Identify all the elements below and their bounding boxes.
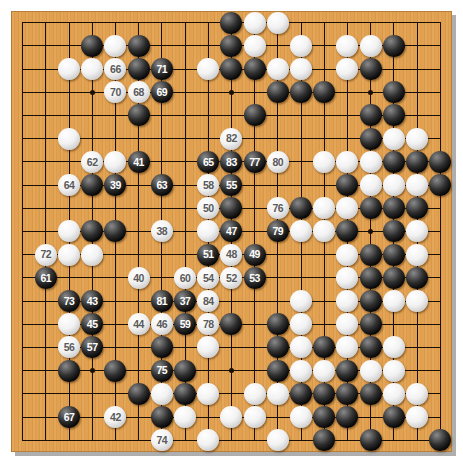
- board-intersection[interactable]: [266, 243, 289, 266]
- board-intersection[interactable]: 60: [173, 266, 196, 289]
- board-intersection[interactable]: [429, 243, 452, 266]
- board-intersection[interactable]: [104, 127, 127, 150]
- board-intersection[interactable]: [150, 150, 173, 173]
- board-intersection[interactable]: 38: [150, 220, 173, 243]
- board-intersection[interactable]: 42: [104, 405, 127, 428]
- board-intersection[interactable]: [405, 382, 428, 405]
- board-intersection[interactable]: [243, 104, 266, 127]
- board-intersection[interactable]: [405, 405, 428, 428]
- board-intersection[interactable]: 65: [197, 150, 220, 173]
- board-intersection[interactable]: 81: [150, 289, 173, 312]
- board-intersection[interactable]: [197, 57, 220, 80]
- board-intersection[interactable]: [429, 336, 452, 359]
- board-intersection[interactable]: 57: [81, 336, 104, 359]
- board-intersection[interactable]: [359, 81, 382, 104]
- board-intersection[interactable]: [173, 173, 196, 196]
- board-intersection[interactable]: 73: [57, 289, 80, 312]
- board-intersection[interactable]: [359, 220, 382, 243]
- board-intersection[interactable]: [173, 382, 196, 405]
- board-intersection[interactable]: [197, 81, 220, 104]
- board-intersection[interactable]: [313, 34, 336, 57]
- board-intersection[interactable]: [104, 104, 127, 127]
- board-intersection[interactable]: [57, 11, 80, 34]
- board-intersection[interactable]: [243, 382, 266, 405]
- board-intersection[interactable]: [34, 405, 57, 428]
- board-intersection[interactable]: [57, 150, 80, 173]
- board-intersection[interactable]: [11, 243, 34, 266]
- board-intersection[interactable]: [359, 104, 382, 127]
- board-intersection[interactable]: [313, 197, 336, 220]
- board-intersection[interactable]: [150, 11, 173, 34]
- board-intersection[interactable]: [405, 81, 428, 104]
- board-intersection[interactable]: [34, 57, 57, 80]
- board-intersection[interactable]: 37: [173, 289, 196, 312]
- board-intersection[interactable]: [266, 405, 289, 428]
- board-intersection[interactable]: [382, 289, 405, 312]
- board-intersection[interactable]: 59: [173, 313, 196, 336]
- board-intersection[interactable]: [173, 127, 196, 150]
- board-intersection[interactable]: 75: [150, 359, 173, 382]
- board-intersection[interactable]: [11, 405, 34, 428]
- board-intersection[interactable]: [336, 429, 359, 452]
- board-intersection[interactable]: [34, 127, 57, 150]
- board-intersection[interactable]: [266, 57, 289, 80]
- board-intersection[interactable]: 39: [104, 173, 127, 196]
- board-intersection[interactable]: 51: [197, 243, 220, 266]
- board-intersection[interactable]: 58: [197, 173, 220, 196]
- board-intersection[interactable]: [127, 243, 150, 266]
- board-intersection[interactable]: [243, 429, 266, 452]
- board-intersection[interactable]: [382, 197, 405, 220]
- board-intersection[interactable]: [127, 197, 150, 220]
- board-intersection[interactable]: [11, 197, 34, 220]
- board-intersection[interactable]: [289, 173, 312, 196]
- board-intersection[interactable]: [405, 429, 428, 452]
- board-intersection[interactable]: [34, 220, 57, 243]
- board-intersection[interactable]: [81, 405, 104, 428]
- board-intersection[interactable]: [57, 429, 80, 452]
- board-intersection[interactable]: [197, 104, 220, 127]
- board-intersection[interactable]: [313, 57, 336, 80]
- board-intersection[interactable]: [429, 220, 452, 243]
- board-intersection[interactable]: [34, 313, 57, 336]
- board-intersection[interactable]: [11, 220, 34, 243]
- board-intersection[interactable]: [313, 81, 336, 104]
- board-intersection[interactable]: 43: [81, 289, 104, 312]
- board-intersection[interactable]: [197, 220, 220, 243]
- board-intersection[interactable]: [289, 34, 312, 57]
- board-intersection[interactable]: 77: [243, 150, 266, 173]
- board-intersection[interactable]: 52: [220, 266, 243, 289]
- board-intersection[interactable]: [220, 289, 243, 312]
- board-intersection[interactable]: [359, 173, 382, 196]
- board-intersection[interactable]: [429, 289, 452, 312]
- board-intersection[interactable]: [359, 150, 382, 173]
- board-intersection[interactable]: [266, 127, 289, 150]
- board-intersection[interactable]: [313, 405, 336, 428]
- board-intersection[interactable]: [57, 359, 80, 382]
- board-intersection[interactable]: [11, 104, 34, 127]
- board-intersection[interactable]: [34, 197, 57, 220]
- board-intersection[interactable]: [405, 34, 428, 57]
- board-intersection[interactable]: [266, 313, 289, 336]
- board-intersection[interactable]: [266, 289, 289, 312]
- board-intersection[interactable]: [313, 220, 336, 243]
- board-intersection[interactable]: [313, 382, 336, 405]
- board-intersection[interactable]: [266, 382, 289, 405]
- board-intersection[interactable]: [127, 289, 150, 312]
- board-intersection[interactable]: [243, 81, 266, 104]
- board-intersection[interactable]: [173, 34, 196, 57]
- board-intersection[interactable]: [382, 266, 405, 289]
- board-intersection[interactable]: [405, 266, 428, 289]
- board-intersection[interactable]: [359, 405, 382, 428]
- board-intersection[interactable]: [429, 313, 452, 336]
- board-intersection[interactable]: [243, 173, 266, 196]
- board-intersection[interactable]: [289, 289, 312, 312]
- board-intersection[interactable]: [313, 359, 336, 382]
- board-intersection[interactable]: [289, 104, 312, 127]
- board-intersection[interactable]: [81, 34, 104, 57]
- board-intersection[interactable]: [127, 336, 150, 359]
- board-intersection[interactable]: [289, 197, 312, 220]
- board-intersection[interactable]: [220, 382, 243, 405]
- board-intersection[interactable]: [34, 429, 57, 452]
- board-intersection[interactable]: [220, 359, 243, 382]
- board-intersection[interactable]: [173, 150, 196, 173]
- board-intersection[interactable]: [81, 243, 104, 266]
- board-intersection[interactable]: 62: [81, 150, 104, 173]
- board-intersection[interactable]: 68: [127, 81, 150, 104]
- board-intersection[interactable]: [57, 220, 80, 243]
- board-intersection[interactable]: [81, 57, 104, 80]
- board-intersection[interactable]: [336, 173, 359, 196]
- board-intersection[interactable]: 64: [57, 173, 80, 196]
- board-intersection[interactable]: [405, 173, 428, 196]
- board-intersection[interactable]: [243, 11, 266, 34]
- board-intersection[interactable]: [429, 266, 452, 289]
- board-intersection[interactable]: [173, 243, 196, 266]
- board-intersection[interactable]: [429, 34, 452, 57]
- board-intersection[interactable]: [34, 34, 57, 57]
- board-intersection[interactable]: [57, 313, 80, 336]
- board-intersection[interactable]: [243, 289, 266, 312]
- board-intersection[interactable]: [313, 313, 336, 336]
- board-intersection[interactable]: [220, 336, 243, 359]
- board-intersection[interactable]: 55: [220, 173, 243, 196]
- board-intersection[interactable]: [220, 405, 243, 428]
- board-intersection[interactable]: [173, 405, 196, 428]
- board-intersection[interactable]: [197, 336, 220, 359]
- board-intersection[interactable]: 80: [266, 150, 289, 173]
- board-intersection[interactable]: [81, 173, 104, 196]
- board-intersection[interactable]: [429, 359, 452, 382]
- board-intersection[interactable]: [289, 313, 312, 336]
- board-intersection[interactable]: [289, 150, 312, 173]
- board-intersection[interactable]: 50: [197, 197, 220, 220]
- board-intersection[interactable]: 71: [150, 57, 173, 80]
- board-intersection[interactable]: [266, 34, 289, 57]
- board-intersection[interactable]: [150, 197, 173, 220]
- board-intersection[interactable]: 82: [220, 127, 243, 150]
- board-intersection[interactable]: [243, 127, 266, 150]
- board-intersection[interactable]: [81, 197, 104, 220]
- board-intersection[interactable]: [11, 382, 34, 405]
- board-intersection[interactable]: [289, 81, 312, 104]
- board-intersection[interactable]: [336, 336, 359, 359]
- board-intersection[interactable]: [405, 359, 428, 382]
- board-intersection[interactable]: [336, 359, 359, 382]
- board-intersection[interactable]: 74: [150, 429, 173, 452]
- board-intersection[interactable]: [336, 197, 359, 220]
- board-intersection[interactable]: [313, 289, 336, 312]
- board-intersection[interactable]: [197, 11, 220, 34]
- board-intersection[interactable]: [405, 289, 428, 312]
- board-intersection[interactable]: [57, 266, 80, 289]
- board-intersection[interactable]: [336, 81, 359, 104]
- board-intersection[interactable]: [150, 266, 173, 289]
- board-intersection[interactable]: [127, 11, 150, 34]
- board-intersection[interactable]: [243, 313, 266, 336]
- board-intersection[interactable]: [243, 34, 266, 57]
- board-intersection[interactable]: [405, 313, 428, 336]
- board-intersection[interactable]: [173, 57, 196, 80]
- board-intersection[interactable]: [289, 127, 312, 150]
- board-intersection[interactable]: [11, 429, 34, 452]
- board-intersection[interactable]: [382, 57, 405, 80]
- board-intersection[interactable]: [382, 243, 405, 266]
- board-intersection[interactable]: [382, 81, 405, 104]
- board-intersection[interactable]: [429, 11, 452, 34]
- board-intersection[interactable]: [81, 266, 104, 289]
- board-intersection[interactable]: [382, 34, 405, 57]
- board-intersection[interactable]: [127, 127, 150, 150]
- board-intersection[interactable]: [11, 81, 34, 104]
- board-intersection[interactable]: [266, 11, 289, 34]
- board-intersection[interactable]: [220, 34, 243, 57]
- board-intersection[interactable]: 67: [57, 405, 80, 428]
- board-intersection[interactable]: [150, 336, 173, 359]
- board-intersection[interactable]: [34, 382, 57, 405]
- board-intersection[interactable]: [11, 173, 34, 196]
- board-intersection[interactable]: [81, 127, 104, 150]
- board-intersection[interactable]: [173, 104, 196, 127]
- board-intersection[interactable]: [11, 34, 34, 57]
- board-intersection[interactable]: [313, 173, 336, 196]
- board-intersection[interactable]: 76: [266, 197, 289, 220]
- board-intersection[interactable]: [266, 359, 289, 382]
- board-intersection[interactable]: [336, 34, 359, 57]
- board-intersection[interactable]: [104, 266, 127, 289]
- board-intersection[interactable]: [266, 266, 289, 289]
- board-intersection[interactable]: [57, 243, 80, 266]
- board-intersection[interactable]: [336, 382, 359, 405]
- board-intersection[interactable]: [150, 405, 173, 428]
- board-intersection[interactable]: [382, 429, 405, 452]
- board-intersection[interactable]: [382, 127, 405, 150]
- board-intersection[interactable]: [197, 405, 220, 428]
- board-intersection[interactable]: [81, 382, 104, 405]
- board-intersection[interactable]: [359, 57, 382, 80]
- board-intersection[interactable]: [150, 382, 173, 405]
- board-intersection[interactable]: [57, 197, 80, 220]
- board-intersection[interactable]: [359, 266, 382, 289]
- board-intersection[interactable]: [104, 382, 127, 405]
- board-intersection[interactable]: [220, 429, 243, 452]
- board-intersection[interactable]: [382, 382, 405, 405]
- board-intersection[interactable]: [34, 11, 57, 34]
- board-intersection[interactable]: [11, 313, 34, 336]
- board-intersection[interactable]: [127, 220, 150, 243]
- board-intersection[interactable]: [243, 359, 266, 382]
- board-intersection[interactable]: [336, 266, 359, 289]
- board-intersection[interactable]: [313, 104, 336, 127]
- board-intersection[interactable]: [34, 359, 57, 382]
- board-intersection[interactable]: [150, 34, 173, 57]
- board-intersection[interactable]: 54: [197, 266, 220, 289]
- board-intersection[interactable]: [104, 220, 127, 243]
- board-intersection[interactable]: [127, 382, 150, 405]
- board-intersection[interactable]: [127, 405, 150, 428]
- board-intersection[interactable]: [150, 243, 173, 266]
- board-intersection[interactable]: [266, 429, 289, 452]
- board-intersection[interactable]: [220, 104, 243, 127]
- board-intersection[interactable]: [313, 243, 336, 266]
- board-intersection[interactable]: [34, 173, 57, 196]
- board-intersection[interactable]: [289, 382, 312, 405]
- board-intersection[interactable]: [359, 313, 382, 336]
- board-intersection[interactable]: [81, 359, 104, 382]
- board-intersection[interactable]: [289, 359, 312, 382]
- board-intersection[interactable]: [243, 57, 266, 80]
- board-intersection[interactable]: [359, 336, 382, 359]
- board-intersection[interactable]: [173, 81, 196, 104]
- board-intersection[interactable]: [359, 127, 382, 150]
- board-intersection[interactable]: 70: [104, 81, 127, 104]
- board-intersection[interactable]: [429, 127, 452, 150]
- board-intersection[interactable]: [173, 336, 196, 359]
- board-intersection[interactable]: [313, 11, 336, 34]
- board-intersection[interactable]: 48: [220, 243, 243, 266]
- board-intersection[interactable]: [104, 313, 127, 336]
- board-intersection[interactable]: [57, 34, 80, 57]
- board-intersection[interactable]: [405, 243, 428, 266]
- board-intersection[interactable]: [336, 11, 359, 34]
- board-intersection[interactable]: [336, 57, 359, 80]
- board-intersection[interactable]: [405, 57, 428, 80]
- board-intersection[interactable]: [359, 243, 382, 266]
- board-intersection[interactable]: [359, 289, 382, 312]
- board-intersection[interactable]: [127, 429, 150, 452]
- board-intersection[interactable]: 63: [150, 173, 173, 196]
- board-intersection[interactable]: [104, 429, 127, 452]
- board-intersection[interactable]: [429, 150, 452, 173]
- board-intersection[interactable]: 66: [104, 57, 127, 80]
- board-intersection[interactable]: [11, 336, 34, 359]
- board-intersection[interactable]: [127, 104, 150, 127]
- board-intersection[interactable]: [197, 34, 220, 57]
- board-intersection[interactable]: [81, 11, 104, 34]
- board-intersection[interactable]: [313, 150, 336, 173]
- board-intersection[interactable]: 47: [220, 220, 243, 243]
- board-intersection[interactable]: 79: [266, 220, 289, 243]
- board-intersection[interactable]: [11, 11, 34, 34]
- board-intersection[interactable]: [405, 197, 428, 220]
- board-intersection[interactable]: [405, 220, 428, 243]
- board-intersection[interactable]: [127, 34, 150, 57]
- board-intersection[interactable]: [197, 429, 220, 452]
- board-intersection[interactable]: [266, 173, 289, 196]
- board-intersection[interactable]: [173, 197, 196, 220]
- board-intersection[interactable]: [429, 173, 452, 196]
- board-intersection[interactable]: 40: [127, 266, 150, 289]
- board-intersection[interactable]: [289, 57, 312, 80]
- board-intersection[interactable]: [104, 34, 127, 57]
- board-intersection[interactable]: [405, 104, 428, 127]
- board-intersection[interactable]: [266, 81, 289, 104]
- board-intersection[interactable]: [313, 127, 336, 150]
- board-intersection[interactable]: [429, 81, 452, 104]
- board-intersection[interactable]: [104, 289, 127, 312]
- board-intersection[interactable]: [429, 382, 452, 405]
- board-intersection[interactable]: [34, 104, 57, 127]
- board-intersection[interactable]: [34, 150, 57, 173]
- board-intersection[interactable]: [359, 359, 382, 382]
- board-intersection[interactable]: [429, 405, 452, 428]
- board-intersection[interactable]: [405, 11, 428, 34]
- board-intersection[interactable]: 61: [34, 266, 57, 289]
- board-intersection[interactable]: [104, 197, 127, 220]
- board-intersection[interactable]: [220, 313, 243, 336]
- board-intersection[interactable]: [382, 313, 405, 336]
- board-intersection[interactable]: [336, 220, 359, 243]
- board-intersection[interactable]: 41: [127, 150, 150, 173]
- board-intersection[interactable]: [429, 429, 452, 452]
- board-intersection[interactable]: [289, 11, 312, 34]
- board-intersection[interactable]: [11, 359, 34, 382]
- board-intersection[interactable]: [81, 104, 104, 127]
- board-intersection[interactable]: [150, 127, 173, 150]
- board-intersection[interactable]: 53: [243, 266, 266, 289]
- board-intersection[interactable]: 45: [81, 313, 104, 336]
- board-intersection[interactable]: [266, 336, 289, 359]
- board-intersection[interactable]: [266, 104, 289, 127]
- board-intersection[interactable]: [405, 150, 428, 173]
- board-intersection[interactable]: [173, 11, 196, 34]
- board-intersection[interactable]: [127, 359, 150, 382]
- board-intersection[interactable]: [359, 429, 382, 452]
- board-intersection[interactable]: [81, 220, 104, 243]
- board-intersection[interactable]: [336, 405, 359, 428]
- board-intersection[interactable]: [220, 81, 243, 104]
- board-intersection[interactable]: [289, 429, 312, 452]
- board-intersection[interactable]: [243, 220, 266, 243]
- board-intersection[interactable]: [382, 220, 405, 243]
- board-intersection[interactable]: 46: [150, 313, 173, 336]
- board-intersection[interactable]: [382, 11, 405, 34]
- board-intersection[interactable]: [197, 359, 220, 382]
- board-intersection[interactable]: 69: [150, 81, 173, 104]
- board-intersection[interactable]: [34, 81, 57, 104]
- board-intersection[interactable]: [57, 127, 80, 150]
- board-intersection[interactable]: [382, 173, 405, 196]
- board-intersection[interactable]: 83: [220, 150, 243, 173]
- board-intersection[interactable]: [289, 266, 312, 289]
- board-intersection[interactable]: [359, 382, 382, 405]
- board-intersection[interactable]: [197, 127, 220, 150]
- board-intersection[interactable]: [57, 81, 80, 104]
- board-intersection[interactable]: [220, 57, 243, 80]
